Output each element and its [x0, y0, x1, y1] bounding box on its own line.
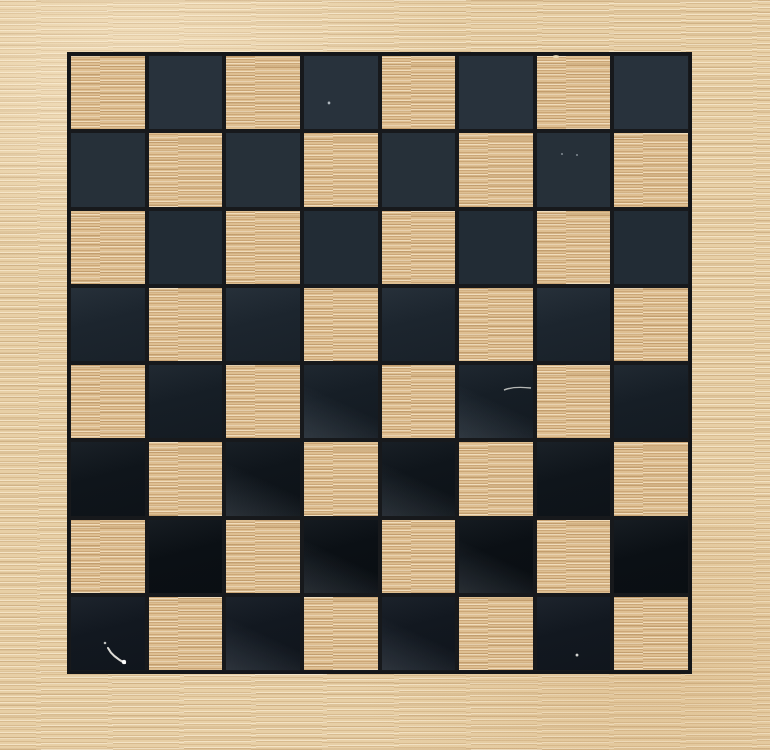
square-g4 — [537, 365, 611, 438]
square-e3 — [382, 442, 456, 515]
square-c8 — [226, 56, 300, 129]
square-a1 — [71, 597, 145, 670]
square-f1 — [459, 597, 533, 670]
square-c4 — [226, 365, 300, 438]
square-e6 — [382, 211, 456, 284]
square-h3 — [614, 442, 688, 515]
square-b3 — [149, 442, 223, 515]
square-h4 — [614, 365, 688, 438]
square-a5 — [71, 288, 145, 361]
square-h5 — [614, 288, 688, 361]
square-f5 — [459, 288, 533, 361]
square-d6 — [304, 211, 378, 284]
square-h1 — [614, 597, 688, 670]
square-h7 — [614, 133, 688, 206]
square-b4 — [149, 365, 223, 438]
square-e2 — [382, 520, 456, 593]
square-d4 — [304, 365, 378, 438]
square-c2 — [226, 520, 300, 593]
square-a3 — [71, 442, 145, 515]
square-e8 — [382, 56, 456, 129]
square-a4 — [71, 365, 145, 438]
square-b1 — [149, 597, 223, 670]
square-g1 — [537, 597, 611, 670]
square-c7 — [226, 133, 300, 206]
square-g2 — [537, 520, 611, 593]
square-a2 — [71, 520, 145, 593]
square-c5 — [226, 288, 300, 361]
square-g6 — [537, 211, 611, 284]
square-e5 — [382, 288, 456, 361]
square-f8 — [459, 56, 533, 129]
square-h6 — [614, 211, 688, 284]
square-c1 — [226, 597, 300, 670]
chess-board — [67, 52, 692, 674]
square-b6 — [149, 211, 223, 284]
square-e4 — [382, 365, 456, 438]
square-f3 — [459, 442, 533, 515]
square-h8 — [614, 56, 688, 129]
square-b8 — [149, 56, 223, 129]
square-a6 — [71, 211, 145, 284]
square-d3 — [304, 442, 378, 515]
square-c3 — [226, 442, 300, 515]
square-d2 — [304, 520, 378, 593]
square-b2 — [149, 520, 223, 593]
square-a8 — [71, 56, 145, 129]
square-g7 — [537, 133, 611, 206]
square-g5 — [537, 288, 611, 361]
square-d8 — [304, 56, 378, 129]
square-g3 — [537, 442, 611, 515]
square-b5 — [149, 288, 223, 361]
square-f4 — [459, 365, 533, 438]
square-d1 — [304, 597, 378, 670]
square-a7 — [71, 133, 145, 206]
square-f7 — [459, 133, 533, 206]
square-d7 — [304, 133, 378, 206]
square-f6 — [459, 211, 533, 284]
square-d5 — [304, 288, 378, 361]
square-b7 — [149, 133, 223, 206]
square-e7 — [382, 133, 456, 206]
square-g8 — [537, 56, 611, 129]
square-h2 — [614, 520, 688, 593]
square-e1 — [382, 597, 456, 670]
square-f2 — [459, 520, 533, 593]
square-c6 — [226, 211, 300, 284]
